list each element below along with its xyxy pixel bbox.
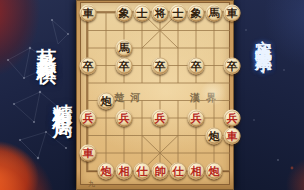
- left-decor-panel: 莫愁象棋 精彩棋局: [0, 0, 76, 190]
- piece-black-卒-f4r3[interactable]: 卒: [152, 57, 169, 74]
- piece-red-兵-f2r6[interactable]: 兵: [116, 110, 133, 127]
- piece-black-卒-f6r3[interactable]: 卒: [188, 57, 205, 74]
- piece-red-兵-f0r6[interactable]: 兵: [80, 110, 97, 127]
- brand-title-line2: 精彩棋局: [50, 88, 76, 108]
- piece-black-馬-f2r2[interactable]: 馬: [116, 40, 133, 57]
- piece-black-車-f0r0[interactable]: 車: [80, 5, 97, 22]
- brand-title-line1: 莫愁象棋: [34, 31, 61, 55]
- piece-black-卒-f8r3[interactable]: 卒: [224, 57, 241, 74]
- piece-red-炮-f1r9[interactable]: 炮: [98, 162, 115, 179]
- piece-red-炮-f7r9[interactable]: 炮: [206, 162, 223, 179]
- xiangqi-board[interactable]: 楚河 漢界 九 車象士将士象馬車馬卒卒卒卒卒炮炮兵兵兵兵兵車車炮相仕帥仕相炮: [76, 0, 234, 190]
- river-label-chu: 楚河: [114, 91, 146, 105]
- piece-black-炮-f7r7[interactable]: 炮: [206, 127, 223, 144]
- piece-red-兵-f6r6[interactable]: 兵: [188, 110, 205, 127]
- piece-black-馬-f7r0[interactable]: 馬: [206, 5, 223, 22]
- board-highlight-glow: [200, 80, 226, 106]
- piece-red-兵-f4r6[interactable]: 兵: [152, 110, 169, 127]
- piece-black-卒-f0r3[interactable]: 卒: [80, 57, 97, 74]
- piece-black-士-f5r0[interactable]: 士: [170, 5, 187, 22]
- piece-black-車-f8r0[interactable]: 車: [224, 5, 241, 22]
- piece-black-象-f6r0[interactable]: 象: [188, 5, 205, 22]
- slogan-text: 实战中提高水平: [253, 26, 276, 47]
- piece-red-相-f2r9[interactable]: 相: [116, 162, 133, 179]
- thumbnail-root: { "game": "xiangqi", "position": { "fen"…: [0, 0, 304, 190]
- piece-black-卒-f2r3[interactable]: 卒: [116, 57, 133, 74]
- piece-red-帥-f4r9[interactable]: 帥: [152, 162, 169, 179]
- piece-black-士-f3r0[interactable]: 士: [134, 5, 151, 22]
- piece-red-仕-f5r9[interactable]: 仕: [170, 162, 187, 179]
- piece-red-兵-f8r6[interactable]: 兵: [224, 110, 241, 127]
- piece-red-車-f8r7[interactable]: 車: [224, 127, 241, 144]
- piece-red-車-f0r8[interactable]: 車: [80, 145, 97, 162]
- piece-black-炮-f1r5[interactable]: 炮: [98, 92, 115, 109]
- piece-red-相-f6r9[interactable]: 相: [188, 162, 205, 179]
- piece-red-仕-f3r9[interactable]: 仕: [134, 162, 151, 179]
- piece-black-将-f4r0[interactable]: 将: [152, 5, 169, 22]
- file-number-label: 九: [88, 179, 95, 189]
- piece-black-象-f2r0[interactable]: 象: [116, 5, 133, 22]
